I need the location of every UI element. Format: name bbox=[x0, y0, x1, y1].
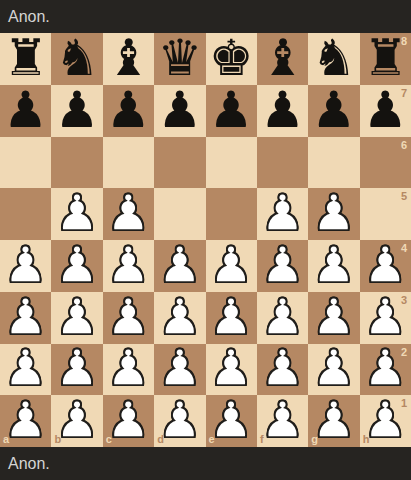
square-h2[interactable]: ♟2 bbox=[360, 344, 411, 396]
black-pawn-icon[interactable]: ♟ bbox=[157, 85, 202, 135]
white-pawn-icon[interactable]: ♟ bbox=[209, 343, 254, 393]
square-f5[interactable]: ♟ bbox=[257, 188, 308, 240]
square-e8[interactable]: ♚ bbox=[206, 33, 257, 85]
black-bishop-icon[interactable]: ♝ bbox=[106, 33, 151, 83]
white-pawn-icon[interactable]: ♟ bbox=[55, 395, 100, 445]
square-b7[interactable]: ♟ bbox=[51, 85, 102, 137]
square-d5[interactable] bbox=[154, 188, 205, 240]
square-g4[interactable]: ♟ bbox=[308, 240, 359, 292]
black-rook-icon[interactable]: ♜ bbox=[363, 33, 408, 83]
square-a6[interactable] bbox=[0, 137, 51, 189]
chess-board: ♜♞♝♛♚♝♞♜8♟♟♟♟♟♟♟♟76♟♟♟♟5♟♟♟♟♟♟♟♟4♟♟♟♟♟♟♟… bbox=[0, 33, 411, 447]
coord-rank-5: 5 bbox=[401, 191, 407, 202]
white-pawn-icon[interactable]: ♟ bbox=[106, 240, 151, 290]
square-h1[interactable]: ♟1h bbox=[360, 395, 411, 447]
white-pawn-icon[interactable]: ♟ bbox=[55, 240, 100, 290]
white-pawn-icon[interactable]: ♟ bbox=[157, 395, 202, 445]
player-bar: Anon. bbox=[0, 447, 411, 480]
white-pawn-icon[interactable]: ♟ bbox=[55, 343, 100, 393]
white-pawn-icon[interactable]: ♟ bbox=[3, 292, 48, 342]
black-pawn-icon[interactable]: ♟ bbox=[260, 85, 305, 135]
black-bishop-icon[interactable]: ♝ bbox=[260, 33, 305, 83]
square-d3[interactable]: ♟ bbox=[154, 292, 205, 344]
square-a8[interactable]: ♜ bbox=[0, 33, 51, 85]
white-pawn-icon[interactable]: ♟ bbox=[363, 240, 408, 290]
white-pawn-icon[interactable]: ♟ bbox=[55, 292, 100, 342]
square-e1[interactable]: ♟e bbox=[206, 395, 257, 447]
white-pawn-icon[interactable]: ♟ bbox=[209, 292, 254, 342]
white-pawn-icon[interactable]: ♟ bbox=[209, 395, 254, 445]
square-b5[interactable]: ♟ bbox=[51, 188, 102, 240]
black-knight-icon[interactable]: ♞ bbox=[312, 33, 357, 83]
white-pawn-icon[interactable]: ♟ bbox=[157, 292, 202, 342]
black-pawn-icon[interactable]: ♟ bbox=[3, 85, 48, 135]
white-pawn-icon[interactable]: ♟ bbox=[157, 343, 202, 393]
square-f7[interactable]: ♟ bbox=[257, 85, 308, 137]
square-d4[interactable]: ♟ bbox=[154, 240, 205, 292]
square-a7[interactable]: ♟ bbox=[0, 85, 51, 137]
square-g8[interactable]: ♞ bbox=[308, 33, 359, 85]
square-g3[interactable]: ♟ bbox=[308, 292, 359, 344]
black-queen-icon[interactable]: ♛ bbox=[157, 33, 202, 83]
square-e3[interactable]: ♟ bbox=[206, 292, 257, 344]
square-c3[interactable]: ♟ bbox=[103, 292, 154, 344]
white-pawn-icon[interactable]: ♟ bbox=[260, 188, 305, 238]
square-g2[interactable]: ♟ bbox=[308, 344, 359, 396]
square-d2[interactable]: ♟ bbox=[154, 344, 205, 396]
white-pawn-icon[interactable]: ♟ bbox=[209, 240, 254, 290]
square-a4[interactable]: ♟ bbox=[0, 240, 51, 292]
square-g1[interactable]: ♟g bbox=[308, 395, 359, 447]
square-f4[interactable]: ♟ bbox=[257, 240, 308, 292]
black-knight-icon[interactable]: ♞ bbox=[55, 33, 100, 83]
square-c4[interactable]: ♟ bbox=[103, 240, 154, 292]
square-h5[interactable]: 5 bbox=[360, 188, 411, 240]
white-pawn-icon[interactable]: ♟ bbox=[312, 343, 357, 393]
square-a5[interactable] bbox=[0, 188, 51, 240]
square-h4[interactable]: ♟4 bbox=[360, 240, 411, 292]
square-g7[interactable]: ♟ bbox=[308, 85, 359, 137]
white-pawn-icon[interactable]: ♟ bbox=[3, 395, 48, 445]
white-pawn-icon[interactable]: ♟ bbox=[260, 240, 305, 290]
square-b2[interactable]: ♟ bbox=[51, 344, 102, 396]
white-pawn-icon[interactable]: ♟ bbox=[363, 343, 408, 393]
square-b1[interactable]: ♟b bbox=[51, 395, 102, 447]
square-f3[interactable]: ♟ bbox=[257, 292, 308, 344]
black-pawn-icon[interactable]: ♟ bbox=[363, 85, 408, 135]
square-e5[interactable] bbox=[206, 188, 257, 240]
white-pawn-icon[interactable]: ♟ bbox=[106, 292, 151, 342]
black-king-icon[interactable]: ♚ bbox=[209, 33, 254, 83]
square-a2[interactable]: ♟ bbox=[0, 344, 51, 396]
white-pawn-icon[interactable]: ♟ bbox=[312, 240, 357, 290]
square-c1[interactable]: ♟c bbox=[103, 395, 154, 447]
white-pawn-icon[interactable]: ♟ bbox=[363, 395, 408, 445]
white-pawn-icon[interactable]: ♟ bbox=[3, 240, 48, 290]
square-d1[interactable]: ♟d bbox=[154, 395, 205, 447]
square-a3[interactable]: ♟ bbox=[0, 292, 51, 344]
square-f6[interactable] bbox=[257, 137, 308, 189]
square-e2[interactable]: ♟ bbox=[206, 344, 257, 396]
white-pawn-icon[interactable]: ♟ bbox=[312, 188, 357, 238]
square-c8[interactable]: ♝ bbox=[103, 33, 154, 85]
square-b6[interactable] bbox=[51, 137, 102, 189]
white-pawn-icon[interactable]: ♟ bbox=[106, 395, 151, 445]
square-b4[interactable]: ♟ bbox=[51, 240, 102, 292]
square-g6[interactable] bbox=[308, 137, 359, 189]
coord-rank-6: 6 bbox=[401, 140, 407, 151]
square-d7[interactable]: ♟ bbox=[154, 85, 205, 137]
square-c7[interactable]: ♟ bbox=[103, 85, 154, 137]
square-b3[interactable]: ♟ bbox=[51, 292, 102, 344]
white-pawn-icon[interactable]: ♟ bbox=[106, 343, 151, 393]
square-c5[interactable]: ♟ bbox=[103, 188, 154, 240]
white-pawn-icon[interactable]: ♟ bbox=[55, 188, 100, 238]
square-e7[interactable]: ♟ bbox=[206, 85, 257, 137]
square-e4[interactable]: ♟ bbox=[206, 240, 257, 292]
square-b8[interactable]: ♞ bbox=[51, 33, 102, 85]
square-h3[interactable]: ♟3 bbox=[360, 292, 411, 344]
black-rook-icon[interactable]: ♜ bbox=[3, 33, 48, 83]
black-pawn-icon[interactable]: ♟ bbox=[55, 85, 100, 135]
opponent-name[interactable]: Anon. bbox=[8, 9, 50, 25]
white-pawn-icon[interactable]: ♟ bbox=[312, 395, 357, 445]
square-c2[interactable]: ♟ bbox=[103, 344, 154, 396]
white-pawn-icon[interactable]: ♟ bbox=[260, 395, 305, 445]
white-pawn-icon[interactable]: ♟ bbox=[363, 292, 408, 342]
black-pawn-icon[interactable]: ♟ bbox=[106, 85, 151, 135]
white-pawn-icon[interactable]: ♟ bbox=[260, 292, 305, 342]
square-c6[interactable] bbox=[103, 137, 154, 189]
white-pawn-icon[interactable]: ♟ bbox=[157, 240, 202, 290]
square-d8[interactable]: ♛ bbox=[154, 33, 205, 85]
square-a1[interactable]: ♟a bbox=[0, 395, 51, 447]
white-pawn-icon[interactable]: ♟ bbox=[106, 188, 151, 238]
square-f8[interactable]: ♝ bbox=[257, 33, 308, 85]
white-pawn-icon[interactable]: ♟ bbox=[3, 343, 48, 393]
player-name[interactable]: Anon. bbox=[8, 456, 50, 472]
square-h7[interactable]: ♟7 bbox=[360, 85, 411, 137]
square-g5[interactable]: ♟ bbox=[308, 188, 359, 240]
white-pawn-icon[interactable]: ♟ bbox=[260, 343, 305, 393]
square-e6[interactable] bbox=[206, 137, 257, 189]
game-screen: Anon. ♜♞♝♛♚♝♞♜8♟♟♟♟♟♟♟♟76♟♟♟♟5♟♟♟♟♟♟♟♟4♟… bbox=[0, 0, 411, 480]
square-h6[interactable]: 6 bbox=[360, 137, 411, 189]
black-pawn-icon[interactable]: ♟ bbox=[209, 85, 254, 135]
square-h8[interactable]: ♜8 bbox=[360, 33, 411, 85]
white-pawn-icon[interactable]: ♟ bbox=[312, 292, 357, 342]
square-f2[interactable]: ♟ bbox=[257, 344, 308, 396]
square-d6[interactable] bbox=[154, 137, 205, 189]
square-f1[interactable]: ♟f bbox=[257, 395, 308, 447]
black-pawn-icon[interactable]: ♟ bbox=[312, 85, 357, 135]
